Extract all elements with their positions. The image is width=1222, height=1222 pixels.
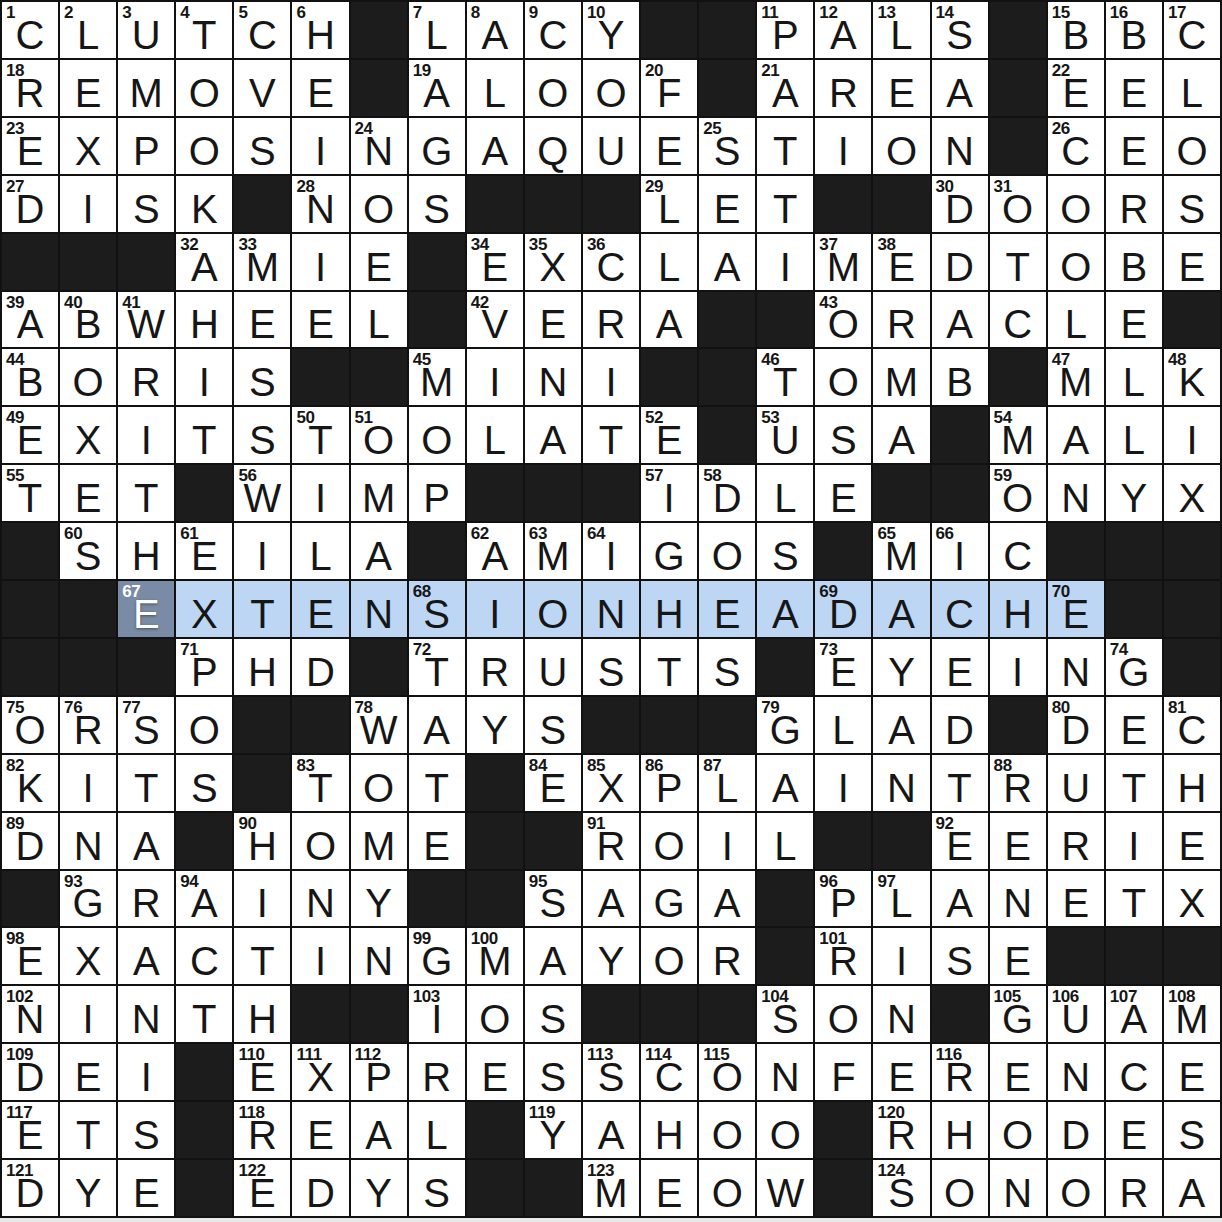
- cell-r4c18[interactable]: 31O: [990, 176, 1046, 232]
- cell-r1c17[interactable]: 14S: [932, 2, 988, 58]
- cell-r19c18[interactable]: E: [990, 1044, 1046, 1100]
- cell-r12c10[interactable]: U: [525, 639, 581, 695]
- cell-r17c11[interactable]: Y: [583, 928, 639, 984]
- cell-r13c21[interactable]: 81C: [1164, 697, 1220, 753]
- cell-r5c11[interactable]: 36C: [583, 234, 639, 290]
- cell-r13c2[interactable]: 76R: [60, 697, 116, 753]
- cell-r6c16[interactable]: R: [873, 292, 929, 348]
- cell-r10c17[interactable]: 66I: [932, 523, 988, 579]
- cell-r20c12[interactable]: H: [641, 1102, 697, 1158]
- cell-r18c3[interactable]: N: [118, 986, 174, 1042]
- cell-r1c3[interactable]: 3U: [118, 2, 174, 58]
- cell-r4c2[interactable]: I: [60, 176, 116, 232]
- cell-r8c11[interactable]: T: [583, 407, 639, 463]
- cell-r7c9[interactable]: I: [467, 349, 523, 405]
- cell-r20c21[interactable]: S: [1164, 1102, 1220, 1158]
- cell-r9c13[interactable]: 58D: [699, 465, 755, 521]
- cell-r19c3[interactable]: I: [118, 1044, 174, 1100]
- cell-r6c17[interactable]: A: [932, 292, 988, 348]
- cell-r8c9[interactable]: L: [467, 407, 523, 463]
- cell-r15c6[interactable]: O: [292, 813, 348, 869]
- cell-r1c10[interactable]: 9C: [525, 2, 581, 58]
- cell-r5c19[interactable]: O: [1048, 234, 1104, 290]
- cell-r19c9[interactable]: E: [467, 1044, 523, 1100]
- cell-r6c1[interactable]: 39A: [2, 292, 58, 348]
- cell-r15c8[interactable]: E: [409, 813, 465, 869]
- cell-r14c6[interactable]: 83T: [292, 755, 348, 811]
- cell-r17c12[interactable]: O: [641, 928, 697, 984]
- cell-r16c13[interactable]: A: [699, 871, 755, 927]
- cell-r13c19[interactable]: 80D: [1048, 697, 1104, 753]
- cell-r18c8[interactable]: 103I: [409, 986, 465, 1042]
- cell-r11c11[interactable]: N: [583, 581, 639, 637]
- cell-r6c11[interactable]: R: [583, 292, 639, 348]
- cell-r15c18[interactable]: E: [990, 813, 1046, 869]
- cell-r5c4[interactable]: 32A: [176, 234, 232, 290]
- cell-r17c18[interactable]: E: [990, 928, 1046, 984]
- cell-r12c19[interactable]: N: [1048, 639, 1104, 695]
- cell-r11c7[interactable]: N: [351, 581, 407, 637]
- cell-r18c18[interactable]: 105G: [990, 986, 1046, 1042]
- cell-r7c16[interactable]: M: [873, 349, 929, 405]
- cell-r5c14[interactable]: I: [757, 234, 813, 290]
- cell-r8c8[interactable]: O: [409, 407, 465, 463]
- cell-r3c11[interactable]: U: [583, 118, 639, 174]
- cell-r15c12[interactable]: O: [641, 813, 697, 869]
- cell-r3c4[interactable]: O: [176, 118, 232, 174]
- cell-r3c17[interactable]: N: [932, 118, 988, 174]
- cell-r2c8[interactable]: 19A: [409, 60, 465, 116]
- cell-r13c4[interactable]: O: [176, 697, 232, 753]
- cell-r10c11[interactable]: 64I: [583, 523, 639, 579]
- cell-r12c5[interactable]: H: [234, 639, 290, 695]
- cell-r8c7[interactable]: 51O: [351, 407, 407, 463]
- cell-r17c1[interactable]: 98E: [2, 928, 58, 984]
- cell-r9c5[interactable]: 56W: [234, 465, 290, 521]
- cell-r19c7[interactable]: 112P: [351, 1044, 407, 1100]
- cell-r1c6[interactable]: 6H: [292, 2, 348, 58]
- cell-r10c9[interactable]: 62A: [467, 523, 523, 579]
- cell-r20c13[interactable]: O: [699, 1102, 755, 1158]
- cell-r13c7[interactable]: 78W: [351, 697, 407, 753]
- cell-r2c11[interactable]: O: [583, 60, 639, 116]
- cell-r17c5[interactable]: T: [234, 928, 290, 984]
- cell-r12c18[interactable]: I: [990, 639, 1046, 695]
- cell-r4c14[interactable]: T: [757, 176, 813, 232]
- cell-r2c1[interactable]: 18R: [2, 60, 58, 116]
- cell-r11c14[interactable]: A: [757, 581, 813, 637]
- cell-r15c2[interactable]: N: [60, 813, 116, 869]
- cell-r3c12[interactable]: E: [641, 118, 697, 174]
- cell-r7c2[interactable]: O: [60, 349, 116, 405]
- cell-r20c16[interactable]: 120R: [873, 1102, 929, 1158]
- cell-r5c6[interactable]: I: [292, 234, 348, 290]
- cell-r21c8[interactable]: S: [409, 1160, 465, 1216]
- cell-r19c21[interactable]: E: [1164, 1044, 1220, 1100]
- cell-r3c6[interactable]: I: [292, 118, 348, 174]
- cell-r5c13[interactable]: A: [699, 234, 755, 290]
- cell-r12c6[interactable]: D: [292, 639, 348, 695]
- cell-r20c17[interactable]: H: [932, 1102, 988, 1158]
- cell-r14c20[interactable]: T: [1106, 755, 1162, 811]
- cell-r8c21[interactable]: I: [1164, 407, 1220, 463]
- cell-r12c4[interactable]: 71P: [176, 639, 232, 695]
- cell-r12c16[interactable]: Y: [873, 639, 929, 695]
- cell-r6c9[interactable]: 42V: [467, 292, 523, 348]
- cell-r6c10[interactable]: E: [525, 292, 581, 348]
- cell-r1c4[interactable]: 4T: [176, 2, 232, 58]
- cell-r16c4[interactable]: 94A: [176, 871, 232, 927]
- cell-r10c4[interactable]: 61E: [176, 523, 232, 579]
- cell-r14c8[interactable]: T: [409, 755, 465, 811]
- cell-r18c1[interactable]: 102N: [2, 986, 58, 1042]
- cell-r15c5[interactable]: 90H: [234, 813, 290, 869]
- cell-r18c4[interactable]: T: [176, 986, 232, 1042]
- cell-r14c19[interactable]: U: [1048, 755, 1104, 811]
- cell-r16c2[interactable]: 93G: [60, 871, 116, 927]
- cell-r11c19[interactable]: 70E: [1048, 581, 1104, 637]
- cell-r2c15[interactable]: R: [815, 60, 871, 116]
- cell-r19c5[interactable]: 110E: [234, 1044, 290, 1100]
- cell-r21c3[interactable]: E: [118, 1160, 174, 1216]
- cell-r5c21[interactable]: E: [1164, 234, 1220, 290]
- cell-r2c19[interactable]: 22E: [1048, 60, 1104, 116]
- cell-r20c5[interactable]: 118R: [234, 1102, 290, 1158]
- cell-r1c15[interactable]: 12A: [815, 2, 871, 58]
- cell-r4c12[interactable]: 29L: [641, 176, 697, 232]
- cell-r20c20[interactable]: E: [1106, 1102, 1162, 1158]
- cell-r2c12[interactable]: 20F: [641, 60, 697, 116]
- cell-r14c17[interactable]: T: [932, 755, 988, 811]
- cell-r4c19[interactable]: O: [1048, 176, 1104, 232]
- cell-r20c7[interactable]: A: [351, 1102, 407, 1158]
- cell-r16c12[interactable]: G: [641, 871, 697, 927]
- cell-r7c14[interactable]: 46T: [757, 349, 813, 405]
- cell-r4c6[interactable]: 28N: [292, 176, 348, 232]
- cell-r1c1[interactable]: 1C: [2, 2, 58, 58]
- cell-r20c2[interactable]: T: [60, 1102, 116, 1158]
- cell-r5c9[interactable]: 34E: [467, 234, 523, 290]
- cell-r8c15[interactable]: S: [815, 407, 871, 463]
- cell-r21c1[interactable]: 121D: [2, 1160, 58, 1216]
- cell-r2c21[interactable]: L: [1164, 60, 1220, 116]
- cell-r5c17[interactable]: D: [932, 234, 988, 290]
- cell-r12c17[interactable]: E: [932, 639, 988, 695]
- cell-r14c3[interactable]: T: [118, 755, 174, 811]
- cell-r15c1[interactable]: 89D: [2, 813, 58, 869]
- cell-r14c4[interactable]: S: [176, 755, 232, 811]
- cell-r3c9[interactable]: A: [467, 118, 523, 174]
- cell-r3c20[interactable]: E: [1106, 118, 1162, 174]
- cell-r3c7[interactable]: 24N: [351, 118, 407, 174]
- cell-r16c17[interactable]: A: [932, 871, 988, 927]
- cell-r17c15[interactable]: 101R: [815, 928, 871, 984]
- cell-r5c16[interactable]: 38E: [873, 234, 929, 290]
- cell-r3c3[interactable]: P: [118, 118, 174, 174]
- cell-r3c19[interactable]: 26C: [1048, 118, 1104, 174]
- cell-r7c1[interactable]: 44B: [2, 349, 58, 405]
- cell-r9c15[interactable]: E: [815, 465, 871, 521]
- cell-r10c2[interactable]: 60S: [60, 523, 116, 579]
- cell-r14c15[interactable]: I: [815, 755, 871, 811]
- cell-r8c18[interactable]: 54M: [990, 407, 1046, 463]
- cell-r2c14[interactable]: 21A: [757, 60, 813, 116]
- cell-r21c16[interactable]: 124S: [873, 1160, 929, 1216]
- cell-r16c20[interactable]: T: [1106, 871, 1162, 927]
- cell-r14c2[interactable]: I: [60, 755, 116, 811]
- cell-r6c7[interactable]: L: [351, 292, 407, 348]
- cell-r14c21[interactable]: H: [1164, 755, 1220, 811]
- cell-r8c5[interactable]: S: [234, 407, 290, 463]
- cell-r3c13[interactable]: 25S: [699, 118, 755, 174]
- cell-r8c16[interactable]: A: [873, 407, 929, 463]
- cell-r4c7[interactable]: O: [351, 176, 407, 232]
- cell-r16c3[interactable]: R: [118, 871, 174, 927]
- cell-r10c6[interactable]: L: [292, 523, 348, 579]
- cell-r3c16[interactable]: O: [873, 118, 929, 174]
- cell-r13c16[interactable]: A: [873, 697, 929, 753]
- cell-r17c17[interactable]: S: [932, 928, 988, 984]
- cell-r21c7[interactable]: Y: [351, 1160, 407, 1216]
- cell-r20c8[interactable]: L: [409, 1102, 465, 1158]
- cell-r13c9[interactable]: Y: [467, 697, 523, 753]
- cell-r1c11[interactable]: 10Y: [583, 2, 639, 58]
- cell-r20c19[interactable]: D: [1048, 1102, 1104, 1158]
- cell-r19c10[interactable]: S: [525, 1044, 581, 1100]
- cell-r4c1[interactable]: 27D: [2, 176, 58, 232]
- cell-r21c12[interactable]: E: [641, 1160, 697, 1216]
- cell-r3c21[interactable]: O: [1164, 118, 1220, 174]
- cell-r19c19[interactable]: N: [1048, 1044, 1104, 1100]
- cell-r20c6[interactable]: E: [292, 1102, 348, 1158]
- cell-r7c17[interactable]: B: [932, 349, 988, 405]
- cell-r16c18[interactable]: N: [990, 871, 1046, 927]
- cell-r12c8[interactable]: 72T: [409, 639, 465, 695]
- cell-r15c11[interactable]: 91R: [583, 813, 639, 869]
- cell-r21c13[interactable]: O: [699, 1160, 755, 1216]
- cell-r20c1[interactable]: 117E: [2, 1102, 58, 1158]
- cell-r11c16[interactable]: A: [873, 581, 929, 637]
- cell-r16c6[interactable]: N: [292, 871, 348, 927]
- cell-r7c21[interactable]: 48K: [1164, 349, 1220, 405]
- cell-r10c14[interactable]: S: [757, 523, 813, 579]
- cell-r9c6[interactable]: I: [292, 465, 348, 521]
- cell-r2c3[interactable]: M: [118, 60, 174, 116]
- cell-r21c19[interactable]: O: [1048, 1160, 1104, 1216]
- cell-r6c2[interactable]: 40B: [60, 292, 116, 348]
- cell-r19c16[interactable]: E: [873, 1044, 929, 1100]
- cell-r2c17[interactable]: A: [932, 60, 988, 116]
- cell-r16c11[interactable]: A: [583, 871, 639, 927]
- cell-r5c12[interactable]: L: [641, 234, 697, 290]
- cell-r19c20[interactable]: C: [1106, 1044, 1162, 1100]
- cell-r11c10[interactable]: O: [525, 581, 581, 637]
- cell-r5c10[interactable]: 35X: [525, 234, 581, 290]
- cell-r3c8[interactable]: G: [409, 118, 465, 174]
- cell-r14c18[interactable]: 88R: [990, 755, 1046, 811]
- cell-r19c13[interactable]: 115O: [699, 1044, 755, 1100]
- cell-r11c5[interactable]: T: [234, 581, 290, 637]
- cell-r20c14[interactable]: O: [757, 1102, 813, 1158]
- cell-r4c21[interactable]: S: [1164, 176, 1220, 232]
- cell-r14c12[interactable]: 86P: [641, 755, 697, 811]
- cell-r18c21[interactable]: 108M: [1164, 986, 1220, 1042]
- cell-r15c3[interactable]: A: [118, 813, 174, 869]
- cell-r2c6[interactable]: E: [292, 60, 348, 116]
- cell-r14c14[interactable]: A: [757, 755, 813, 811]
- cell-r18c19[interactable]: 106U: [1048, 986, 1104, 1042]
- cell-r15c21[interactable]: E: [1164, 813, 1220, 869]
- cell-r17c2[interactable]: X: [60, 928, 116, 984]
- cell-r9c19[interactable]: N: [1048, 465, 1104, 521]
- cell-r1c5[interactable]: 5C: [234, 2, 290, 58]
- cell-r1c16[interactable]: 13L: [873, 2, 929, 58]
- cell-r4c8[interactable]: S: [409, 176, 465, 232]
- cell-r4c4[interactable]: K: [176, 176, 232, 232]
- cell-r17c8[interactable]: 99G: [409, 928, 465, 984]
- cell-r8c1[interactable]: 49E: [2, 407, 58, 463]
- cell-r20c11[interactable]: A: [583, 1102, 639, 1158]
- cell-r7c4[interactable]: I: [176, 349, 232, 405]
- cell-r11c17[interactable]: C: [932, 581, 988, 637]
- cell-r5c5[interactable]: 33M: [234, 234, 290, 290]
- cell-r1c20[interactable]: 16B: [1106, 2, 1162, 58]
- cell-r10c16[interactable]: 65M: [873, 523, 929, 579]
- cell-r21c6[interactable]: D: [292, 1160, 348, 1216]
- cell-r8c10[interactable]: A: [525, 407, 581, 463]
- cell-r21c18[interactable]: N: [990, 1160, 1046, 1216]
- cell-r1c9[interactable]: 8A: [467, 2, 523, 58]
- cell-r3c15[interactable]: I: [815, 118, 871, 174]
- cell-r13c14[interactable]: 79G: [757, 697, 813, 753]
- cell-r14c10[interactable]: 84E: [525, 755, 581, 811]
- cell-r8c3[interactable]: I: [118, 407, 174, 463]
- cell-r3c1[interactable]: 23E: [2, 118, 58, 174]
- cell-r6c6[interactable]: E: [292, 292, 348, 348]
- cell-r13c17[interactable]: D: [932, 697, 988, 753]
- cell-r14c16[interactable]: N: [873, 755, 929, 811]
- cell-r19c2[interactable]: E: [60, 1044, 116, 1100]
- cell-r7c8[interactable]: 45M: [409, 349, 465, 405]
- cell-r3c5[interactable]: S: [234, 118, 290, 174]
- cell-r9c18[interactable]: 59O: [990, 465, 1046, 521]
- cell-r12c15[interactable]: 73E: [815, 639, 871, 695]
- cell-r13c8[interactable]: A: [409, 697, 465, 753]
- cell-r3c14[interactable]: T: [757, 118, 813, 174]
- cell-r11c15[interactable]: 69D: [815, 581, 871, 637]
- cell-r19c1[interactable]: 109D: [2, 1044, 58, 1100]
- cell-r7c20[interactable]: L: [1106, 349, 1162, 405]
- cell-r6c4[interactable]: H: [176, 292, 232, 348]
- cell-r17c7[interactable]: N: [351, 928, 407, 984]
- cell-r17c6[interactable]: I: [292, 928, 348, 984]
- cell-r18c2[interactable]: I: [60, 986, 116, 1042]
- cell-r10c7[interactable]: A: [351, 523, 407, 579]
- cell-r15c14[interactable]: L: [757, 813, 813, 869]
- cell-r5c7[interactable]: E: [351, 234, 407, 290]
- cell-r19c11[interactable]: 113S: [583, 1044, 639, 1100]
- cell-r17c10[interactable]: A: [525, 928, 581, 984]
- cell-r1c14[interactable]: 11P: [757, 2, 813, 58]
- cell-r14c13[interactable]: 87L: [699, 755, 755, 811]
- cell-r12c12[interactable]: T: [641, 639, 697, 695]
- cell-r18c10[interactable]: S: [525, 986, 581, 1042]
- cell-r6c20[interactable]: E: [1106, 292, 1162, 348]
- cell-r19c15[interactable]: F: [815, 1044, 871, 1100]
- cell-r9c12[interactable]: 57I: [641, 465, 697, 521]
- cell-r6c5[interactable]: E: [234, 292, 290, 348]
- cell-r12c11[interactable]: S: [583, 639, 639, 695]
- cell-r10c12[interactable]: G: [641, 523, 697, 579]
- cell-r19c8[interactable]: R: [409, 1044, 465, 1100]
- cell-r21c5[interactable]: 122E: [234, 1160, 290, 1216]
- cell-r5c20[interactable]: B: [1106, 234, 1162, 290]
- cell-r17c3[interactable]: A: [118, 928, 174, 984]
- cell-r9c1[interactable]: 55T: [2, 465, 58, 521]
- cell-r14c11[interactable]: 85X: [583, 755, 639, 811]
- cell-r4c17[interactable]: 30D: [932, 176, 988, 232]
- cell-r4c13[interactable]: E: [699, 176, 755, 232]
- cell-r8c19[interactable]: A: [1048, 407, 1104, 463]
- cell-r17c4[interactable]: C: [176, 928, 232, 984]
- cell-r19c6[interactable]: 111X: [292, 1044, 348, 1100]
- cell-r16c21[interactable]: X: [1164, 871, 1220, 927]
- cell-r21c2[interactable]: Y: [60, 1160, 116, 1216]
- cell-r6c15[interactable]: 43O: [815, 292, 871, 348]
- cell-r8c2[interactable]: X: [60, 407, 116, 463]
- cell-r16c7[interactable]: Y: [351, 871, 407, 927]
- cell-r10c18[interactable]: C: [990, 523, 1046, 579]
- cell-r17c13[interactable]: R: [699, 928, 755, 984]
- cell-r10c5[interactable]: I: [234, 523, 290, 579]
- cell-r7c10[interactable]: N: [525, 349, 581, 405]
- cell-r21c20[interactable]: R: [1106, 1160, 1162, 1216]
- cell-r18c20[interactable]: 107A: [1106, 986, 1162, 1042]
- cell-r11c3[interactable]: 67E: [118, 581, 174, 637]
- cell-r7c15[interactable]: O: [815, 349, 871, 405]
- cell-r8c6[interactable]: 50T: [292, 407, 348, 463]
- cell-r16c10[interactable]: 95S: [525, 871, 581, 927]
- cell-r2c20[interactable]: E: [1106, 60, 1162, 116]
- cell-r17c16[interactable]: I: [873, 928, 929, 984]
- cell-r4c3[interactable]: S: [118, 176, 174, 232]
- cell-r20c18[interactable]: O: [990, 1102, 1046, 1158]
- cell-r4c20[interactable]: R: [1106, 176, 1162, 232]
- cell-r2c2[interactable]: E: [60, 60, 116, 116]
- cell-r15c17[interactable]: 92E: [932, 813, 988, 869]
- cell-r18c5[interactable]: H: [234, 986, 290, 1042]
- cell-r10c13[interactable]: O: [699, 523, 755, 579]
- cell-r11c9[interactable]: I: [467, 581, 523, 637]
- cell-r3c2[interactable]: X: [60, 118, 116, 174]
- cell-r13c1[interactable]: 75O: [2, 697, 58, 753]
- cell-r17c9[interactable]: 100M: [467, 928, 523, 984]
- cell-r1c2[interactable]: 2L: [60, 2, 116, 58]
- cell-r12c20[interactable]: 74G: [1106, 639, 1162, 695]
- cell-r8c12[interactable]: 52E: [641, 407, 697, 463]
- cell-r6c18[interactable]: C: [990, 292, 1046, 348]
- cell-r1c21[interactable]: 17C: [1164, 2, 1220, 58]
- cell-r16c19[interactable]: E: [1048, 871, 1104, 927]
- cell-r9c20[interactable]: Y: [1106, 465, 1162, 521]
- cell-r5c15[interactable]: 37M: [815, 234, 871, 290]
- cell-r18c16[interactable]: N: [873, 986, 929, 1042]
- cell-r13c15[interactable]: L: [815, 697, 871, 753]
- cell-r9c3[interactable]: T: [118, 465, 174, 521]
- cell-r21c14[interactable]: W: [757, 1160, 813, 1216]
- cell-r11c13[interactable]: E: [699, 581, 755, 637]
- cell-r16c15[interactable]: 96P: [815, 871, 871, 927]
